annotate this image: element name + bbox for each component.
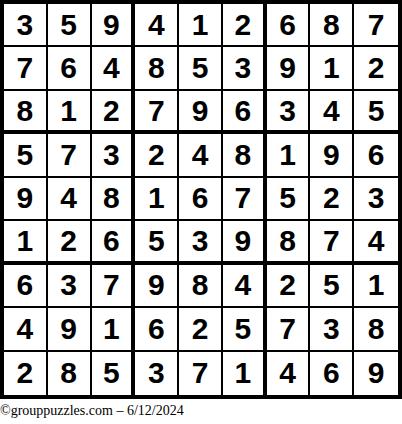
cell-r1c7: 6 <box>267 4 311 47</box>
cell-r2c5: 5 <box>179 47 223 90</box>
cell-r9c8: 6 <box>310 352 354 395</box>
cell-r5c6: 7 <box>223 178 267 221</box>
cell-r8c5: 2 <box>179 308 223 351</box>
cell-r2c9: 2 <box>354 47 398 90</box>
cell-r2c1: 7 <box>4 47 48 90</box>
cell-r4c2: 7 <box>48 134 92 177</box>
cell-r2c8: 1 <box>310 47 354 90</box>
cell-r6c7: 8 <box>267 221 311 264</box>
cell-r9c2: 8 <box>48 352 92 395</box>
cell-r9c4: 3 <box>135 352 179 395</box>
cell-r7c3: 7 <box>92 265 136 308</box>
cell-r4c3: 3 <box>92 134 136 177</box>
cell-r6c8: 7 <box>310 221 354 264</box>
cell-r5c3: 8 <box>92 178 136 221</box>
cell-r4c5: 4 <box>179 134 223 177</box>
cell-r7c2: 3 <box>48 265 92 308</box>
cell-r6c2: 2 <box>48 221 92 264</box>
cell-r1c6: 2 <box>223 4 267 47</box>
cell-r6c1: 1 <box>4 221 48 264</box>
cell-r3c9: 5 <box>354 91 398 134</box>
cell-r7c8: 5 <box>310 265 354 308</box>
cell-r5c9: 3 <box>354 178 398 221</box>
cell-r5c7: 5 <box>267 178 311 221</box>
cell-r6c4: 5 <box>135 221 179 264</box>
cell-r4c8: 9 <box>310 134 354 177</box>
cell-r6c3: 6 <box>92 221 136 264</box>
cell-r8c3: 1 <box>92 308 136 351</box>
cell-r3c5: 9 <box>179 91 223 134</box>
cell-r1c4: 4 <box>135 4 179 47</box>
cell-r5c8: 2 <box>310 178 354 221</box>
cell-r7c9: 1 <box>354 265 398 308</box>
cell-r9c5: 7 <box>179 352 223 395</box>
cell-r3c8: 4 <box>310 91 354 134</box>
cell-r7c5: 8 <box>179 265 223 308</box>
cell-r3c1: 8 <box>4 91 48 134</box>
cell-r4c9: 6 <box>354 134 398 177</box>
cell-r1c5: 1 <box>179 4 223 47</box>
cell-r4c4: 2 <box>135 134 179 177</box>
cell-r1c9: 7 <box>354 4 398 47</box>
cell-r8c4: 6 <box>135 308 179 351</box>
cell-r3c3: 2 <box>92 91 136 134</box>
cell-r6c6: 9 <box>223 221 267 264</box>
cell-r8c2: 9 <box>48 308 92 351</box>
cell-r8c7: 7 <box>267 308 311 351</box>
sudoku-board: 3594126877648539128127963455732481969481… <box>0 0 402 399</box>
cell-r5c5: 6 <box>179 178 223 221</box>
cell-r3c6: 6 <box>223 91 267 134</box>
cell-r2c4: 8 <box>135 47 179 90</box>
cell-r9c7: 4 <box>267 352 311 395</box>
cell-r8c1: 4 <box>4 308 48 351</box>
cell-r6c5: 3 <box>179 221 223 264</box>
cell-r5c4: 1 <box>135 178 179 221</box>
cell-r9c6: 1 <box>223 352 267 395</box>
cell-r2c2: 6 <box>48 47 92 90</box>
cell-r2c3: 4 <box>92 47 136 90</box>
cell-r5c1: 9 <box>4 178 48 221</box>
cell-r7c1: 6 <box>4 265 48 308</box>
cell-r4c6: 8 <box>223 134 267 177</box>
cell-r7c7: 2 <box>267 265 311 308</box>
cell-r6c9: 4 <box>354 221 398 264</box>
cell-r9c1: 2 <box>4 352 48 395</box>
cell-r4c7: 1 <box>267 134 311 177</box>
cell-r1c3: 9 <box>92 4 136 47</box>
cell-r8c9: 8 <box>354 308 398 351</box>
cell-r9c3: 5 <box>92 352 136 395</box>
cell-r8c6: 5 <box>223 308 267 351</box>
cell-r7c4: 9 <box>135 265 179 308</box>
cell-r2c6: 3 <box>223 47 267 90</box>
copyright-footer: ©grouppuzzles.com – 6/12/2024 <box>0 403 402 419</box>
cell-r2c7: 9 <box>267 47 311 90</box>
cell-r4c1: 5 <box>4 134 48 177</box>
cell-r3c7: 3 <box>267 91 311 134</box>
sudoku-page: 3594126877648539128127963455732481969481… <box>0 0 402 424</box>
cell-r1c2: 5 <box>48 4 92 47</box>
cell-r7c6: 4 <box>223 265 267 308</box>
cell-r5c2: 4 <box>48 178 92 221</box>
cell-r8c8: 3 <box>310 308 354 351</box>
cell-r3c4: 7 <box>135 91 179 134</box>
cell-r1c8: 8 <box>310 4 354 47</box>
cell-r1c1: 3 <box>4 4 48 47</box>
cell-r3c2: 1 <box>48 91 92 134</box>
cell-r9c9: 9 <box>354 352 398 395</box>
